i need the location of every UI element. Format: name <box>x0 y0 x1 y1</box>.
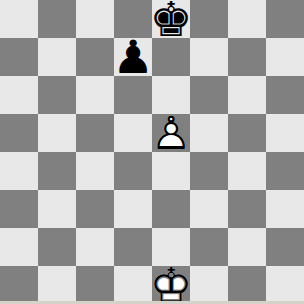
piece-white-pawn[interactable]: ♟♙ <box>150 110 191 156</box>
square-c4[interactable] <box>76 152 114 190</box>
square-a4[interactable] <box>0 152 38 190</box>
square-e3[interactable] <box>152 190 190 228</box>
square-f2[interactable] <box>190 228 228 266</box>
square-g3[interactable] <box>228 190 266 228</box>
square-a8[interactable] <box>0 0 38 38</box>
square-c5[interactable] <box>76 114 114 152</box>
square-g5[interactable] <box>228 114 266 152</box>
square-h4[interactable] <box>266 152 304 190</box>
chess-app: ♚♟♟♙♚♔ <box>0 0 304 304</box>
square-b1[interactable] <box>38 266 76 304</box>
square-c7[interactable] <box>76 38 114 76</box>
square-h2[interactable] <box>266 228 304 266</box>
square-e8[interactable]: ♚ <box>152 0 190 38</box>
square-b3[interactable] <box>38 190 76 228</box>
square-f4[interactable] <box>190 152 228 190</box>
square-a7[interactable] <box>0 38 38 76</box>
square-d5[interactable] <box>114 114 152 152</box>
square-e4[interactable] <box>152 152 190 190</box>
piece-white-king[interactable]: ♚♔ <box>149 261 192 304</box>
square-d6[interactable] <box>114 76 152 114</box>
square-h5[interactable] <box>266 114 304 152</box>
square-f3[interactable] <box>190 190 228 228</box>
square-g4[interactable] <box>228 152 266 190</box>
piece-black-pawn[interactable]: ♟ <box>112 34 153 80</box>
square-c2[interactable] <box>76 228 114 266</box>
square-c3[interactable] <box>76 190 114 228</box>
square-d4[interactable] <box>114 152 152 190</box>
square-h7[interactable] <box>266 38 304 76</box>
square-g7[interactable] <box>228 38 266 76</box>
square-h6[interactable] <box>266 76 304 114</box>
square-f8[interactable] <box>190 0 228 38</box>
square-d7[interactable]: ♟ <box>114 38 152 76</box>
square-d1[interactable] <box>114 266 152 304</box>
square-f1[interactable] <box>190 266 228 304</box>
square-b7[interactable] <box>38 38 76 76</box>
square-a1[interactable] <box>0 266 38 304</box>
square-b6[interactable] <box>38 76 76 114</box>
square-c1[interactable] <box>76 266 114 304</box>
square-a5[interactable] <box>0 114 38 152</box>
square-b4[interactable] <box>38 152 76 190</box>
square-g8[interactable] <box>228 0 266 38</box>
square-b8[interactable] <box>38 0 76 38</box>
square-e7[interactable] <box>152 38 190 76</box>
square-f7[interactable] <box>190 38 228 76</box>
square-e5[interactable]: ♟♙ <box>152 114 190 152</box>
square-a3[interactable] <box>0 190 38 228</box>
square-g2[interactable] <box>228 228 266 266</box>
square-b2[interactable] <box>38 228 76 266</box>
square-f5[interactable] <box>190 114 228 152</box>
square-a6[interactable] <box>0 76 38 114</box>
chess-board: ♚♟♟♙♚♔ <box>0 0 304 304</box>
square-c6[interactable] <box>76 76 114 114</box>
square-d2[interactable] <box>114 228 152 266</box>
square-a2[interactable] <box>0 228 38 266</box>
square-h1[interactable] <box>266 266 304 304</box>
square-d3[interactable] <box>114 190 152 228</box>
square-g1[interactable] <box>228 266 266 304</box>
square-f6[interactable] <box>190 76 228 114</box>
square-e1[interactable]: ♚♔ <box>152 266 190 304</box>
piece-black-king[interactable]: ♚ <box>149 0 192 43</box>
square-h3[interactable] <box>266 190 304 228</box>
square-g6[interactable] <box>228 76 266 114</box>
square-c8[interactable] <box>76 0 114 38</box>
square-b5[interactable] <box>38 114 76 152</box>
square-h8[interactable] <box>266 0 304 38</box>
